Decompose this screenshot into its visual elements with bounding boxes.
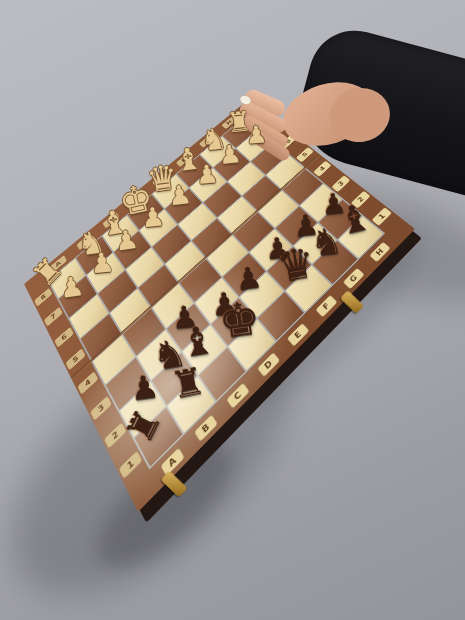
- scene: AA88BB77CC66DD55EE44FF33GG22HH11 ♜♟♞♟♝♟♛…: [0, 0, 465, 620]
